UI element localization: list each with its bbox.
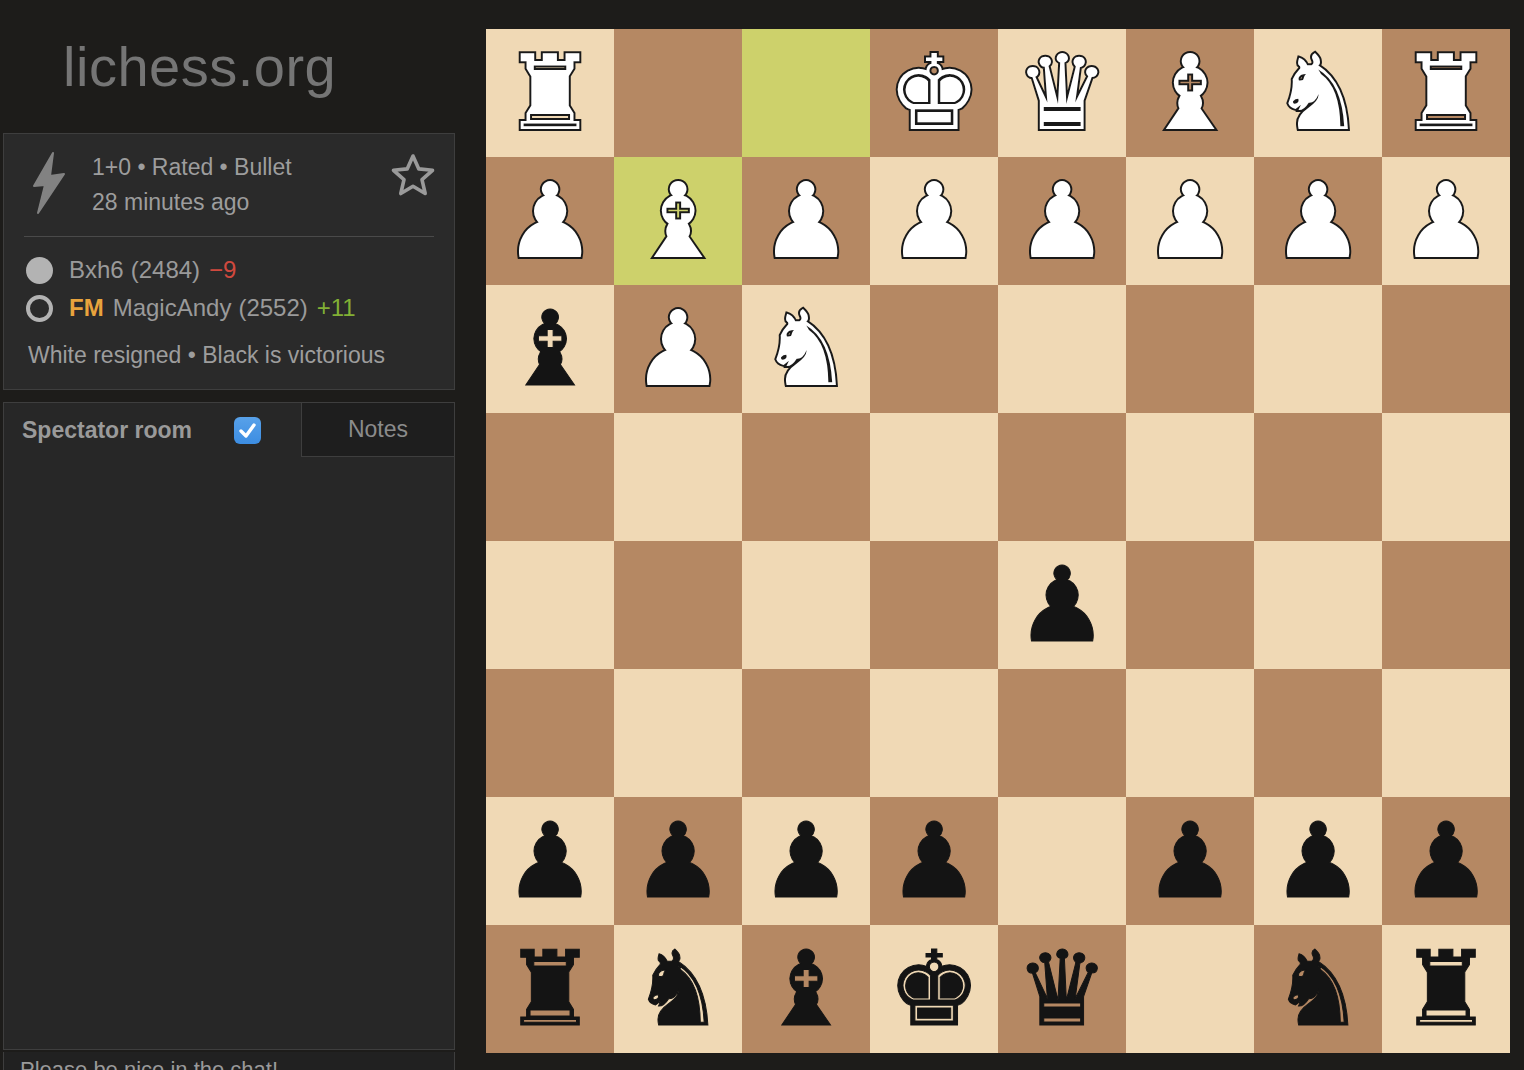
white-knight-piece: ♞: [1271, 41, 1364, 145]
square-e5[interactable]: [870, 541, 998, 669]
white-pawn-piece: ♟: [1271, 169, 1364, 273]
white-bishop-piece: ♝: [1143, 41, 1236, 145]
black-king-piece: ♚: [887, 937, 980, 1041]
square-a8[interactable]: ♜: [1382, 925, 1510, 1053]
square-f7[interactable]: ♟: [742, 797, 870, 925]
square-c4[interactable]: [1126, 413, 1254, 541]
white-king-piece: ♚: [887, 41, 980, 145]
chat-tabs: Spectator room Notes: [4, 403, 454, 457]
black-player-rating: (2552): [238, 294, 307, 322]
square-h6[interactable]: [486, 669, 614, 797]
square-b3[interactable]: [1254, 285, 1382, 413]
black-color-icon: [26, 295, 53, 322]
black-pawn-piece: ♟: [1143, 809, 1236, 913]
chess-board: ♜♚♛♝♞♜♟♝♟♟♟♟♟♟♝♟♞♟♟♟♟♟♟♟♟♜♞♝♚♛♞♜: [486, 29, 1510, 1053]
square-c7[interactable]: ♟: [1126, 797, 1254, 925]
chat-box: Spectator room Notes: [3, 402, 455, 1050]
square-b6[interactable]: [1254, 669, 1382, 797]
white-knight-piece: ♞: [759, 297, 852, 401]
square-f2[interactable]: ♟: [742, 157, 870, 285]
white-pawn-piece: ♟: [759, 169, 852, 273]
black-bishop-piece: ♝: [503, 297, 596, 401]
black-pawn-piece: ♟: [759, 809, 852, 913]
black-pawn-piece: ♟: [631, 809, 724, 913]
white-player-rating: (2484): [131, 256, 200, 284]
square-f5[interactable]: [742, 541, 870, 669]
square-a5[interactable]: [1382, 541, 1510, 669]
white-rook-piece: ♜: [1399, 41, 1492, 145]
square-g1[interactable]: [614, 29, 742, 157]
square-g7[interactable]: ♟: [614, 797, 742, 925]
square-f4[interactable]: [742, 413, 870, 541]
tab-notes[interactable]: Notes: [301, 403, 454, 457]
black-player-title: FM: [69, 294, 104, 322]
black-pawn-piece: ♟: [1015, 553, 1108, 657]
square-e1[interactable]: ♚: [870, 29, 998, 157]
square-h3[interactable]: ♝: [486, 285, 614, 413]
square-f6[interactable]: [742, 669, 870, 797]
white-pawn-piece: ♟: [887, 169, 980, 273]
square-a3[interactable]: [1382, 285, 1510, 413]
square-f1[interactable]: [742, 29, 870, 157]
black-knight-piece: ♞: [1271, 937, 1364, 1041]
favorite-star-icon[interactable]: [390, 152, 436, 198]
square-e4[interactable]: [870, 413, 998, 541]
square-c2[interactable]: ♟: [1126, 157, 1254, 285]
square-g3[interactable]: ♟: [614, 285, 742, 413]
square-g6[interactable]: [614, 669, 742, 797]
square-h1[interactable]: ♜: [486, 29, 614, 157]
square-d1[interactable]: ♛: [998, 29, 1126, 157]
site-logo: lichess.org: [63, 34, 336, 99]
square-e3[interactable]: [870, 285, 998, 413]
black-pawn-piece: ♟: [1271, 809, 1364, 913]
square-e2[interactable]: ♟: [870, 157, 998, 285]
white-player-name[interactable]: Bxh6: [69, 256, 124, 284]
black-knight-piece: ♞: [631, 937, 724, 1041]
white-pawn-piece: ♟: [1143, 169, 1236, 273]
square-b2[interactable]: ♟: [1254, 157, 1382, 285]
black-rook-piece: ♜: [1399, 937, 1492, 1041]
game-meta-box: 1+0 • Rated • Bullet 28 minutes ago Bxh6…: [3, 133, 455, 390]
black-player-row[interactable]: FM MagicAndy (2552) +11: [22, 289, 436, 327]
time-control-label: 1+0 • Rated • Bullet: [92, 150, 292, 185]
game-date-label: 28 minutes ago: [92, 185, 292, 220]
square-h8[interactable]: ♜: [486, 925, 614, 1053]
white-player-row[interactable]: Bxh6 (2484) −9: [22, 251, 436, 289]
meta-divider: [24, 236, 434, 237]
square-e6[interactable]: [870, 669, 998, 797]
square-f3[interactable]: ♞: [742, 285, 870, 413]
square-d8[interactable]: ♛: [998, 925, 1126, 1053]
chat-toggle-checkbox[interactable]: [234, 417, 261, 444]
square-g8[interactable]: ♞: [614, 925, 742, 1053]
white-pawn-piece: ♟: [1399, 169, 1492, 273]
white-pawn-piece: ♟: [503, 169, 596, 273]
black-rating-change: +11: [317, 294, 356, 322]
black-player-name[interactable]: MagicAndy: [113, 294, 232, 322]
chat-messages-area[interactable]: [4, 457, 454, 1049]
black-queen-piece: ♛: [1015, 937, 1108, 1041]
square-h7[interactable]: ♟: [486, 797, 614, 925]
square-f8[interactable]: ♝: [742, 925, 870, 1053]
tab-spectator-room[interactable]: Spectator room: [4, 403, 301, 457]
white-pawn-piece: ♟: [631, 297, 724, 401]
square-g5[interactable]: [614, 541, 742, 669]
square-a1[interactable]: ♜: [1382, 29, 1510, 157]
white-rating-change: −9: [209, 256, 236, 284]
square-c6[interactable]: [1126, 669, 1254, 797]
white-pawn-piece: ♟: [1015, 169, 1108, 273]
square-d4[interactable]: [998, 413, 1126, 541]
black-pawn-piece: ♟: [1399, 809, 1492, 913]
square-a2[interactable]: ♟: [1382, 157, 1510, 285]
square-d7[interactable]: [998, 797, 1126, 925]
black-pawn-piece: ♟: [503, 809, 596, 913]
bullet-bolt-icon: [32, 152, 66, 214]
square-e8[interactable]: ♚: [870, 925, 998, 1053]
square-d6[interactable]: [998, 669, 1126, 797]
square-a6[interactable]: [1382, 669, 1510, 797]
square-a7[interactable]: ♟: [1382, 797, 1510, 925]
square-c8[interactable]: [1126, 925, 1254, 1053]
square-b7[interactable]: ♟: [1254, 797, 1382, 925]
white-bishop-piece: ♝: [631, 169, 724, 273]
square-c3[interactable]: [1126, 285, 1254, 413]
game-result-text: White resigned • Black is victorious: [28, 342, 436, 369]
white-color-icon: [26, 257, 53, 284]
black-rook-piece: ♜: [503, 937, 596, 1041]
square-h4[interactable]: [486, 413, 614, 541]
square-c1[interactable]: ♝: [1126, 29, 1254, 157]
spectator-room-label: Spectator room: [22, 417, 192, 444]
white-rook-piece: ♜: [503, 41, 596, 145]
black-pawn-piece: ♟: [887, 809, 980, 913]
square-g4[interactable]: [614, 413, 742, 541]
square-e7[interactable]: ♟: [870, 797, 998, 925]
square-h5[interactable]: [486, 541, 614, 669]
sidebar: lichess.org 1+0 • Rated • Bullet 28 minu…: [0, 0, 458, 1070]
square-d3[interactable]: [998, 285, 1126, 413]
black-bishop-piece: ♝: [759, 937, 852, 1041]
square-b1[interactable]: ♞: [1254, 29, 1382, 157]
square-d2[interactable]: ♟: [998, 157, 1126, 285]
square-b8[interactable]: ♞: [1254, 925, 1382, 1053]
square-a4[interactable]: [1382, 413, 1510, 541]
square-b4[interactable]: [1254, 413, 1382, 541]
chat-notice-text: Please be nice in the chat!: [3, 1052, 455, 1070]
white-queen-piece: ♛: [1015, 41, 1108, 145]
square-g2[interactable]: ♝: [614, 157, 742, 285]
square-b5[interactable]: [1254, 541, 1382, 669]
check-icon: [237, 420, 258, 441]
square-h2[interactable]: ♟: [486, 157, 614, 285]
square-d5[interactable]: ♟: [998, 541, 1126, 669]
square-c5[interactable]: [1126, 541, 1254, 669]
